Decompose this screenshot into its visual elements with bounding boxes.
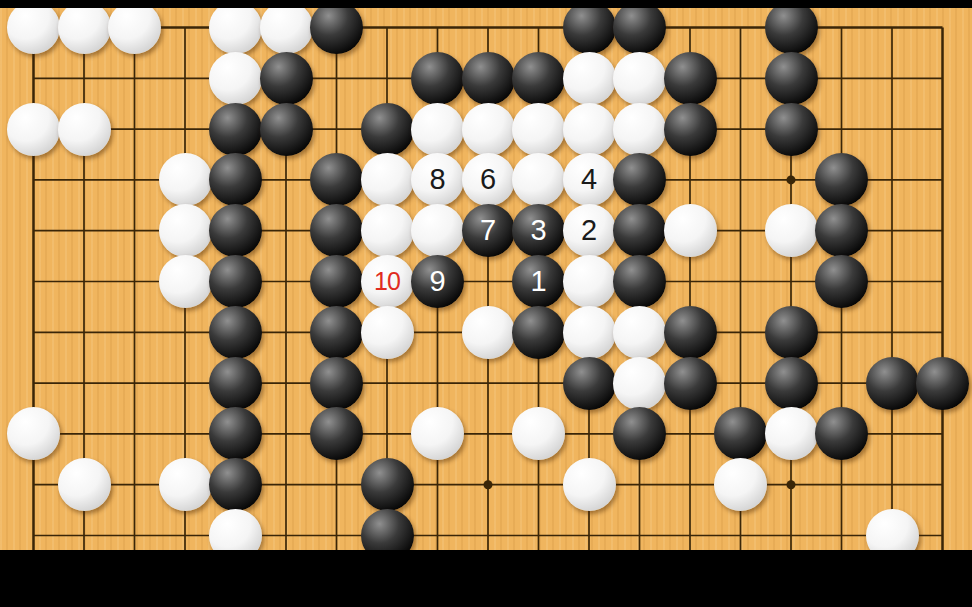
board-point <box>311 256 362 307</box>
board-point <box>412 104 463 155</box>
stone-white: 4 <box>563 153 616 206</box>
board-point <box>362 459 413 510</box>
stone-black <box>664 306 717 359</box>
stone-black <box>815 407 868 460</box>
board-point <box>210 155 261 206</box>
board-point <box>362 155 413 206</box>
stone-black <box>765 306 818 359</box>
stone-black <box>916 357 969 410</box>
stone-white <box>260 8 313 54</box>
board-point <box>311 358 362 409</box>
stone-black <box>260 103 313 156</box>
board-point <box>412 408 463 459</box>
board-point <box>210 205 261 256</box>
board-point <box>210 8 261 53</box>
board-point <box>8 8 59 53</box>
stone-white <box>7 103 60 156</box>
board-point <box>261 8 312 53</box>
stone-black <box>361 509 414 550</box>
stone-black <box>361 103 414 156</box>
board-point: 6 <box>463 155 514 206</box>
stone-white <box>512 103 565 156</box>
stone-black <box>209 103 262 156</box>
stone-black <box>260 52 313 105</box>
board-point <box>513 104 564 155</box>
stone-black <box>310 153 363 206</box>
stone-black <box>765 103 818 156</box>
stone-white <box>58 103 111 156</box>
stone-black <box>310 255 363 308</box>
bottom-letterbox-bar <box>0 550 972 607</box>
stone-white <box>411 103 464 156</box>
board-point <box>412 205 463 256</box>
stone-black <box>664 52 717 105</box>
board-point <box>816 408 867 459</box>
stone-black <box>209 255 262 308</box>
board-point <box>210 104 261 155</box>
stone-white: 2 <box>563 204 616 257</box>
stone-white <box>613 357 666 410</box>
board-point <box>463 104 514 155</box>
board-point <box>816 205 867 256</box>
stone-white <box>159 255 212 308</box>
stone-black <box>815 255 868 308</box>
board-point <box>816 155 867 206</box>
stone-white <box>361 204 414 257</box>
move-number-9: 9 <box>429 267 445 296</box>
board-point <box>210 358 261 409</box>
stone-white <box>512 153 565 206</box>
board-point <box>59 104 110 155</box>
move-number-4: 4 <box>581 165 597 194</box>
stone-white <box>563 306 616 359</box>
board-point: 7 <box>463 205 514 256</box>
stone-black <box>765 52 818 105</box>
board-point: 2 <box>564 205 615 256</box>
stone-white <box>7 8 60 54</box>
board-point <box>614 104 665 155</box>
stone-black: 1 <box>512 255 565 308</box>
move-number-7: 7 <box>480 216 496 245</box>
board-point <box>412 53 463 104</box>
board-point <box>8 104 59 155</box>
stone-white: 10 <box>361 255 414 308</box>
board-point <box>210 53 261 104</box>
stone-white <box>664 204 717 257</box>
board-point <box>513 155 564 206</box>
stone-white <box>613 52 666 105</box>
stone-black <box>209 407 262 460</box>
top-letterbox-bar <box>0 0 972 8</box>
board-point <box>463 53 514 104</box>
stone-white <box>58 458 111 511</box>
stone-black <box>664 103 717 156</box>
stone-white <box>462 306 515 359</box>
stone-white <box>613 306 666 359</box>
board-point: 8 <box>412 155 463 206</box>
stone-black <box>310 306 363 359</box>
video-frame: 8647321091 <box>0 0 972 607</box>
board-point <box>210 307 261 358</box>
board-point <box>766 408 817 459</box>
board-point: 3 <box>513 205 564 256</box>
stone-black <box>815 204 868 257</box>
board-point <box>614 53 665 104</box>
board-point <box>766 8 817 53</box>
board-point <box>715 408 766 459</box>
board-point <box>463 307 514 358</box>
board-point: 9 <box>412 256 463 307</box>
stone-black <box>613 8 666 54</box>
board-point <box>614 307 665 358</box>
board-point <box>614 155 665 206</box>
board-point <box>160 205 211 256</box>
stone-black <box>361 458 414 511</box>
board-point <box>614 358 665 409</box>
stone-black <box>613 255 666 308</box>
stone-black <box>765 8 818 54</box>
stone-black: 9 <box>411 255 464 308</box>
board-point <box>665 205 716 256</box>
board-point <box>665 104 716 155</box>
stone-black: 3 <box>512 204 565 257</box>
stone-black <box>613 407 666 460</box>
go-board[interactable]: 8647321091 <box>0 8 972 550</box>
board-point <box>766 358 817 409</box>
board-point <box>564 104 615 155</box>
board-point: 4 <box>564 155 615 206</box>
board-point <box>564 459 615 510</box>
stone-black <box>765 357 818 410</box>
stone-white <box>361 306 414 359</box>
stone-white <box>159 204 212 257</box>
board-point <box>665 307 716 358</box>
board-point <box>261 104 312 155</box>
stone-black <box>310 8 363 54</box>
stone-black <box>512 52 565 105</box>
stone-white <box>411 407 464 460</box>
stones-grid: 8647321091 <box>8 8 968 550</box>
board-point: 1 <box>513 256 564 307</box>
board-point <box>766 53 817 104</box>
board-point <box>210 510 261 550</box>
stone-white <box>765 407 818 460</box>
board-point <box>766 104 817 155</box>
stone-black <box>664 357 717 410</box>
stone-white <box>411 204 464 257</box>
board-point <box>160 256 211 307</box>
board-point <box>614 408 665 459</box>
board-point <box>160 459 211 510</box>
board-point <box>867 358 918 409</box>
move-number-2: 2 <box>581 216 597 245</box>
board-point <box>311 307 362 358</box>
board-point <box>665 358 716 409</box>
board-point <box>665 53 716 104</box>
stone-white <box>7 407 60 460</box>
board-point <box>210 459 261 510</box>
move-number-6: 6 <box>480 165 496 194</box>
board-point <box>311 205 362 256</box>
board-point <box>816 256 867 307</box>
board-point <box>564 307 615 358</box>
stone-black <box>613 153 666 206</box>
board-point <box>766 307 817 358</box>
move-number-10: 10 <box>374 269 400 294</box>
stone-white <box>209 8 262 54</box>
board-point <box>311 8 362 53</box>
stone-black <box>563 357 616 410</box>
stone-white <box>563 52 616 105</box>
stone-black <box>209 458 262 511</box>
stone-white <box>563 458 616 511</box>
stone-black <box>209 306 262 359</box>
stone-black <box>310 357 363 410</box>
stone-black <box>209 357 262 410</box>
stone-white <box>714 458 767 511</box>
stone-white <box>209 509 262 550</box>
board-point <box>564 8 615 53</box>
board-point <box>564 256 615 307</box>
stone-black <box>563 8 616 54</box>
board-point <box>311 155 362 206</box>
move-number-8: 8 <box>429 165 445 194</box>
stone-black <box>714 407 767 460</box>
board-point <box>59 8 110 53</box>
board-point <box>917 358 968 409</box>
stone-black <box>310 204 363 257</box>
stone-white <box>462 103 515 156</box>
stone-white <box>866 509 919 550</box>
board-point <box>59 459 110 510</box>
board-point <box>614 205 665 256</box>
stone-white <box>563 255 616 308</box>
move-number-3: 3 <box>530 216 546 245</box>
board-point <box>513 307 564 358</box>
stone-white <box>209 52 262 105</box>
stone-black <box>310 407 363 460</box>
board-point <box>311 408 362 459</box>
stone-white <box>613 103 666 156</box>
board-point: 10 <box>362 256 413 307</box>
stone-black <box>411 52 464 105</box>
board-point <box>766 205 817 256</box>
stone-white <box>361 153 414 206</box>
board-point <box>8 408 59 459</box>
stone-white <box>58 8 111 54</box>
stone-white <box>159 153 212 206</box>
stone-white: 6 <box>462 153 515 206</box>
board-point <box>564 53 615 104</box>
board-point <box>513 53 564 104</box>
board-point <box>614 8 665 53</box>
stone-white <box>765 204 818 257</box>
stone-black <box>815 153 868 206</box>
stone-white <box>108 8 161 54</box>
stone-white <box>563 103 616 156</box>
board-point <box>362 307 413 358</box>
board-point <box>261 53 312 104</box>
stone-black <box>462 52 515 105</box>
board-point <box>564 358 615 409</box>
board-point <box>362 205 413 256</box>
stone-white: 8 <box>411 153 464 206</box>
stone-white <box>159 458 212 511</box>
board-point <box>362 104 413 155</box>
move-number-1: 1 <box>530 267 546 296</box>
stone-black: 7 <box>462 204 515 257</box>
board-point <box>210 256 261 307</box>
stone-black <box>209 204 262 257</box>
board-point <box>614 256 665 307</box>
board-point <box>513 408 564 459</box>
board-point <box>362 510 413 550</box>
stone-black <box>866 357 919 410</box>
board-point <box>867 510 918 550</box>
stone-white <box>512 407 565 460</box>
stone-black <box>209 153 262 206</box>
stone-black <box>613 204 666 257</box>
board-point <box>715 459 766 510</box>
stone-black <box>512 306 565 359</box>
board-point <box>160 155 211 206</box>
board-point <box>210 408 261 459</box>
board-point <box>109 8 160 53</box>
